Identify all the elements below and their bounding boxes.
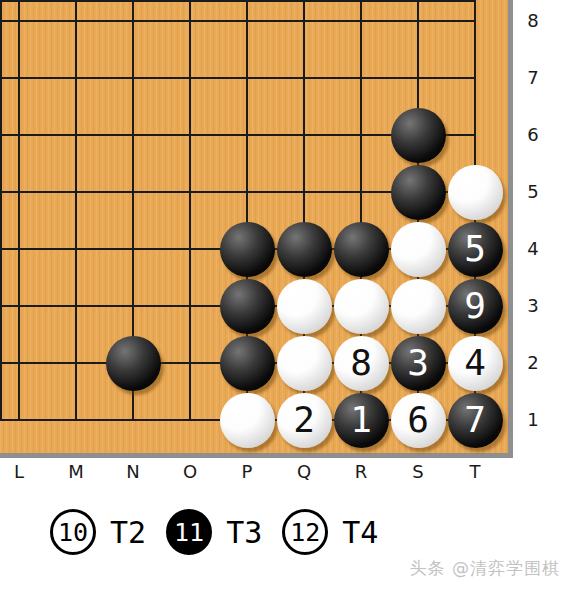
stone-move-number: 8 <box>350 345 372 381</box>
coordinate-col-T: T <box>462 460 488 484</box>
go-board: 598342167 <box>0 0 513 458</box>
stone-black-S2: 3 <box>391 336 446 391</box>
stone-white-T5 <box>448 165 503 220</box>
stone-black-T4: 5 <box>448 222 503 277</box>
stone-black-P2 <box>220 336 275 391</box>
stone-white-S4 <box>391 222 446 277</box>
coordinate-col-Q: Q <box>291 460 317 484</box>
stone-white-P1 <box>220 393 275 448</box>
stone-move-number: 4 <box>464 345 486 381</box>
stone-white-R3 <box>334 279 389 334</box>
go-diagram: 598342167 10T211T312T4 头条 @清弈学围棋 8765432… <box>0 0 564 589</box>
coordinate-col-N: N <box>120 460 146 484</box>
grid-line-row-7 <box>0 77 476 79</box>
stone-white-S1: 6 <box>391 393 446 448</box>
stone-white-Q1: 2 <box>277 393 332 448</box>
stone-black-T3: 9 <box>448 279 503 334</box>
stone-move-number: 5 <box>464 231 486 267</box>
caption-stone-12: 12 <box>282 509 328 555</box>
grid-line-col-M <box>75 0 77 421</box>
stone-black-Q4 <box>277 222 332 277</box>
coordinate-row-8: 8 <box>520 9 546 33</box>
stone-white-T2: 4 <box>448 336 503 391</box>
stone-white-R2: 8 <box>334 336 389 391</box>
stone-move-number: 1 <box>350 402 372 438</box>
coordinate-row-6: 6 <box>520 123 546 147</box>
coordinate-row-7: 7 <box>520 66 546 90</box>
coordinate-col-S: S <box>405 460 431 484</box>
caption-stone-11: 11 <box>166 509 212 555</box>
stone-black-P4 <box>220 222 275 277</box>
coordinate-row-1: 1 <box>520 408 546 432</box>
grid-line-row-8 <box>0 20 476 22</box>
coordinate-row-4: 4 <box>520 237 546 261</box>
coordinate-col-M: M <box>63 460 89 484</box>
stone-move-number: 2 <box>293 402 315 438</box>
coordinate-col-O: O <box>177 460 203 484</box>
caption-point-T2: T2 <box>110 515 146 550</box>
caption-stone-10: 10 <box>50 509 96 555</box>
stone-black-P3 <box>220 279 275 334</box>
stone-move-number: 7 <box>464 402 486 438</box>
coordinate-col-P: P <box>234 460 260 484</box>
coordinate-row-5: 5 <box>520 180 546 204</box>
stone-move-number: 6 <box>407 402 429 438</box>
grid-line-col-L <box>18 0 20 421</box>
stone-white-Q3 <box>277 279 332 334</box>
coordinate-col-L: L <box>6 460 32 484</box>
stone-move-number: 9 <box>464 288 486 324</box>
grid-line-cropped-left <box>0 0 2 421</box>
stone-move-number: 3 <box>407 345 429 381</box>
stone-black-R4 <box>334 222 389 277</box>
stone-black-T1: 7 <box>448 393 503 448</box>
grid-line-cropped-top <box>0 0 476 2</box>
watermark: 头条 @清弈学围棋 <box>410 557 560 580</box>
grid-line-col-O <box>189 0 191 421</box>
coordinate-col-R: R <box>348 460 374 484</box>
caption-point-T3: T3 <box>226 515 262 550</box>
stone-white-S3 <box>391 279 446 334</box>
coordinate-row-2: 2 <box>520 351 546 375</box>
stone-black-N2 <box>106 336 161 391</box>
coordinate-row-3: 3 <box>520 294 546 318</box>
stone-black-S5 <box>391 165 446 220</box>
stone-white-Q2 <box>277 336 332 391</box>
stone-black-S6 <box>391 108 446 163</box>
stone-black-R1: 1 <box>334 393 389 448</box>
caption-point-T4: T4 <box>342 515 378 550</box>
move-caption: 10T211T312T4 <box>50 507 398 557</box>
